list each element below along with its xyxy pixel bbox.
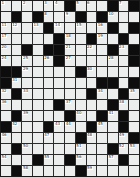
white-cell-r3c3[interactable]: [22, 23, 32, 33]
white-cell-r16c7[interactable]: [65, 166, 75, 176]
clue-number: 2: [22, 1, 26, 5]
white-cell-r2c9[interactable]: [87, 12, 97, 22]
white-cell-r3c4[interactable]: 13: [33, 23, 43, 33]
black-cell-r13c8: [76, 133, 86, 143]
black-cell-r5c3: [22, 45, 32, 55]
clue-number: 45: [97, 122, 103, 126]
black-cell-r4c9: [87, 34, 97, 44]
white-cell-r8c6[interactable]: [54, 78, 64, 88]
clue-number: 56: [76, 155, 82, 159]
white-cell-r7c12[interactable]: [119, 67, 129, 77]
clue-number: 31: [12, 78, 18, 82]
white-cell-r15c6[interactable]: [54, 155, 64, 165]
white-cell-r15c8[interactable]: 56: [76, 155, 86, 165]
black-cell-r11c10: [97, 111, 107, 121]
clue-number: 10: [108, 12, 114, 16]
white-cell-r12c11[interactable]: [108, 122, 118, 132]
white-cell-r12c6[interactable]: 43: [54, 122, 64, 132]
white-cell-r11c9[interactable]: [87, 111, 97, 121]
clue-number: 9: [65, 12, 69, 16]
white-cell-r9c7[interactable]: [65, 89, 75, 99]
white-cell-r7c9[interactable]: 30: [87, 67, 97, 77]
black-cell-r9c12: [119, 89, 129, 99]
black-cell-r1c11: [108, 1, 118, 11]
clue-number: 22: [87, 45, 93, 49]
black-cell-r2c4: [33, 12, 43, 22]
black-cell-r5c6: [54, 45, 64, 55]
white-cell-r1c2[interactable]: [12, 1, 22, 11]
white-cell-r13c1[interactable]: 46: [1, 133, 11, 143]
white-cell-r13c12[interactable]: 49: [119, 133, 129, 143]
white-cell-r6c9[interactable]: [87, 56, 97, 66]
white-cell-r15c5[interactable]: 55: [44, 155, 54, 165]
clue-number: 3: [44, 1, 48, 5]
white-cell-r10c2[interactable]: [12, 100, 22, 110]
clue-number: 32: [1, 89, 7, 93]
white-cell-r7c13[interactable]: [129, 67, 139, 77]
black-cell-r12c12: [119, 122, 129, 132]
white-cell-r2c5[interactable]: 8: [44, 12, 54, 22]
white-cell-r7c10[interactable]: [97, 67, 107, 77]
white-cell-r3c12[interactable]: [119, 23, 129, 33]
white-cell-r1c1[interactable]: 1: [1, 1, 11, 11]
clue-number: 25: [22, 56, 28, 60]
white-cell-r2c3[interactable]: [22, 12, 32, 22]
white-cell-r10c4[interactable]: [33, 100, 43, 110]
white-cell-r12c2[interactable]: 42: [12, 122, 22, 132]
black-cell-r4c12: [119, 34, 129, 44]
black-cell-r9c2: [12, 89, 22, 99]
black-cell-r15c7: [65, 155, 75, 165]
clue-number: 57: [108, 155, 114, 159]
white-cell-r1c4[interactable]: [33, 1, 43, 11]
white-cell-r15c9[interactable]: [87, 155, 97, 165]
white-cell-r13c4[interactable]: [33, 133, 43, 143]
white-cell-r10c3[interactable]: [22, 100, 32, 110]
white-cell-r1c8[interactable]: 5: [76, 1, 86, 11]
black-cell-r12c5: [44, 122, 54, 132]
white-cell-r16c1[interactable]: [1, 166, 11, 176]
white-cell-r7c6[interactable]: [54, 67, 64, 77]
clue-number: 50: [22, 144, 28, 148]
clue-number: 27: [65, 56, 71, 60]
white-cell-r5c9[interactable]: 22: [87, 45, 97, 55]
black-cell-r12c9: [87, 122, 97, 132]
white-cell-r6c12[interactable]: [119, 56, 129, 66]
white-cell-r6c10[interactable]: [97, 56, 107, 66]
clue-number: 58: [22, 166, 28, 170]
black-cell-r16c8: [76, 166, 86, 176]
clue-number: 38: [119, 100, 125, 104]
white-cell-r8c2[interactable]: 31: [12, 78, 22, 88]
white-cell-r7c11[interactable]: [108, 67, 118, 77]
clue-number: 21: [65, 45, 71, 49]
white-cell-r11c1[interactable]: [1, 111, 11, 121]
clue-number: 47: [44, 133, 50, 137]
white-cell-r11c3[interactable]: 39: [22, 111, 32, 121]
white-cell-r16c9[interactable]: 59: [87, 166, 97, 176]
clue-number: 49: [119, 133, 125, 137]
white-cell-r1c6[interactable]: 4: [54, 1, 64, 11]
black-cell-r1c13: [129, 1, 139, 11]
white-cell-r1c12[interactable]: 7: [119, 1, 129, 11]
white-cell-r8c9[interactable]: [87, 78, 97, 88]
white-cell-r8c4[interactable]: [33, 78, 43, 88]
clue-number: 36: [1, 100, 7, 104]
white-cell-r12c4[interactable]: [33, 122, 43, 132]
white-cell-r2c1[interactable]: [1, 12, 11, 22]
white-cell-r7c7[interactable]: [65, 67, 75, 77]
black-cell-r11c7: [65, 111, 75, 121]
white-cell-r5c8[interactable]: [76, 45, 86, 55]
black-cell-r8c10: [97, 78, 107, 88]
white-cell-r3c8[interactable]: 15: [76, 23, 86, 33]
white-cell-r10c5[interactable]: [44, 100, 54, 110]
white-cell-r9c4[interactable]: [33, 89, 43, 99]
black-cell-r11c12: [119, 111, 129, 121]
white-cell-r4c7[interactable]: 18: [65, 34, 75, 44]
clue-number: 35: [129, 89, 135, 93]
white-cell-r16c13[interactable]: [129, 166, 139, 176]
black-cell-r7c8: [76, 67, 86, 77]
white-cell-r6c11[interactable]: 28: [108, 56, 118, 66]
clue-number: 5: [76, 1, 80, 5]
white-cell-r4c3[interactable]: [22, 34, 32, 44]
black-cell-r2c2: [12, 12, 22, 22]
white-cell-r1c5[interactable]: 3: [44, 1, 54, 11]
clue-number: 16: [97, 23, 103, 27]
clue-number: 30: [87, 67, 93, 71]
white-cell-r1c9[interactable]: 6: [87, 1, 97, 11]
black-cell-r2c10: [97, 12, 107, 22]
white-cell-r16c6[interactable]: [54, 166, 64, 176]
black-cell-r10c11: [108, 100, 118, 110]
white-cell-r3c6[interactable]: 14: [54, 23, 64, 33]
clue-number: 52: [119, 144, 125, 148]
white-cell-r4c13[interactable]: [129, 34, 139, 44]
black-cell-r15c4: [33, 155, 43, 165]
white-cell-r1c10[interactable]: [97, 1, 107, 11]
white-cell-r10c1[interactable]: 36: [1, 100, 11, 110]
white-cell-r2c6[interactable]: [54, 12, 64, 22]
black-cell-r14c2: [12, 144, 22, 154]
white-cell-r11c13[interactable]: [129, 111, 139, 121]
black-cell-r8c11: [108, 78, 118, 88]
black-cell-r3c13: [129, 23, 139, 33]
clue-number: 11: [1, 23, 7, 27]
clue-number: 37: [65, 100, 71, 104]
white-cell-r12c3[interactable]: [22, 122, 32, 132]
white-cell-r9c3[interactable]: 33: [22, 89, 32, 99]
white-cell-r3c1[interactable]: 11: [1, 23, 11, 33]
white-cell-r10c10[interactable]: [97, 100, 107, 110]
white-cell-r15c1[interactable]: 54: [1, 155, 11, 165]
white-cell-r14c13[interactable]: 53: [129, 144, 139, 154]
white-cell-r16c11[interactable]: [108, 166, 118, 176]
black-cell-r7c2: [12, 67, 22, 77]
white-cell-r11c5[interactable]: [44, 111, 54, 121]
white-cell-r8c8[interactable]: [76, 78, 86, 88]
white-cell-r12c10[interactable]: 45: [97, 122, 107, 132]
white-cell-r5c10[interactable]: [97, 45, 107, 55]
black-cell-r5c5: [44, 45, 54, 55]
white-cell-r13c10[interactable]: [97, 133, 107, 143]
white-cell-r14c1[interactable]: [1, 144, 11, 154]
white-cell-r10c12[interactable]: 38: [119, 100, 129, 110]
clue-number: 46: [1, 133, 7, 137]
white-cell-r9c10[interactable]: 34: [97, 89, 107, 99]
white-cell-r6c2[interactable]: [12, 56, 22, 66]
clue-number: 26: [44, 56, 50, 60]
white-cell-r15c13[interactable]: [129, 155, 139, 165]
clue-number: 59: [87, 166, 93, 170]
black-cell-r3c5: [44, 23, 54, 33]
clue-number: 54: [1, 155, 7, 159]
clue-number: 7: [119, 1, 123, 5]
black-cell-r15c12: [119, 155, 129, 165]
black-cell-r1c7: [65, 1, 75, 11]
black-cell-r7c1: [1, 67, 11, 77]
white-cell-r2c12[interactable]: [119, 12, 129, 22]
white-cell-r14c7[interactable]: [65, 144, 75, 154]
black-cell-r9c9: [87, 89, 97, 99]
white-cell-r4c11[interactable]: [108, 34, 118, 44]
white-cell-r15c11[interactable]: 57: [108, 155, 118, 165]
white-cell-r6c7[interactable]: 27: [65, 56, 75, 66]
white-cell-r13c7[interactable]: [65, 133, 75, 143]
black-cell-r4c6: [54, 34, 64, 44]
clue-number: 34: [97, 89, 103, 93]
white-cell-r13c11[interactable]: [108, 133, 118, 143]
clue-number: 12: [12, 23, 18, 27]
clue-number: 15: [76, 23, 82, 27]
clue-number: 42: [12, 122, 18, 126]
white-cell-r6c8[interactable]: [76, 56, 86, 66]
clue-number: 13: [33, 23, 39, 27]
white-cell-r12c8[interactable]: [76, 122, 86, 132]
clue-number: 19: [97, 34, 103, 38]
white-cell-r8c5[interactable]: [44, 78, 54, 88]
white-cell-r12c13[interactable]: [129, 122, 139, 132]
white-cell-r13c6[interactable]: [54, 133, 64, 143]
black-cell-r6c13: [129, 56, 139, 66]
black-cell-r5c13: [129, 45, 139, 55]
white-cell-r3c9[interactable]: [87, 23, 97, 33]
white-cell-r5c12[interactable]: 23: [119, 45, 129, 55]
white-cell-r13c5[interactable]: 47: [44, 133, 54, 143]
clue-number: 24: [1, 56, 7, 60]
white-cell-r3c2[interactable]: 12: [12, 23, 22, 33]
white-cell-r4c5[interactable]: [44, 34, 54, 44]
white-cell-r16c5[interactable]: [44, 166, 54, 176]
white-cell-r9c5[interactable]: [44, 89, 54, 99]
white-cell-r15c10[interactable]: [97, 155, 107, 165]
clue-number: 23: [119, 45, 125, 49]
white-cell-r16c10[interactable]: [97, 166, 107, 176]
clue-number: 51: [76, 144, 82, 148]
white-cell-r10c8[interactable]: [76, 100, 86, 110]
crossword-grid: 1234567891011121314151617181920212223242…: [0, 0, 140, 177]
black-cell-r6c6: [54, 56, 64, 66]
clue-number: 20: [1, 45, 7, 49]
clue-number: 40: [76, 111, 82, 115]
clue-number: 17: [1, 34, 7, 38]
black-cell-r11c2: [12, 111, 22, 121]
white-cell-r11c6[interactable]: [54, 111, 64, 121]
black-cell-r14c11: [108, 144, 118, 154]
white-cell-r16c4[interactable]: [33, 166, 43, 176]
white-cell-r5c4[interactable]: [33, 45, 43, 55]
white-cell-r14c5[interactable]: [44, 144, 54, 154]
clue-number: 43: [54, 122, 60, 126]
white-cell-r14c10[interactable]: [97, 144, 107, 154]
white-cell-r10c13[interactable]: [129, 100, 139, 110]
clue-number: 6: [87, 1, 91, 5]
white-cell-r8c7[interactable]: [65, 78, 75, 88]
clue-number: 29: [22, 67, 28, 71]
clue-number: 14: [54, 23, 60, 27]
white-cell-r6c5[interactable]: 26: [44, 56, 54, 66]
white-cell-r2c7[interactable]: 9: [65, 12, 75, 22]
clue-number: 53: [129, 144, 135, 148]
white-cell-r9c1[interactable]: 32: [1, 89, 11, 99]
white-cell-r14c6[interactable]: [54, 144, 64, 154]
white-cell-r14c9[interactable]: [87, 144, 97, 154]
black-cell-r8c1: [1, 78, 11, 88]
white-cell-r13c3[interactable]: [22, 133, 32, 143]
white-cell-r11c11[interactable]: 41: [108, 111, 118, 121]
white-cell-r12c7[interactable]: 44: [65, 122, 75, 132]
black-cell-r2c8: [76, 12, 86, 22]
white-cell-r9c6[interactable]: [54, 89, 64, 99]
clue-number: 44: [65, 122, 71, 126]
white-cell-r13c9[interactable]: 48: [87, 133, 97, 143]
white-cell-r14c8[interactable]: 51: [76, 144, 86, 154]
black-cell-r12c1: [1, 122, 11, 132]
clue-number: 33: [22, 89, 28, 93]
white-cell-r10c9[interactable]: [87, 100, 97, 110]
clue-number: 39: [22, 111, 28, 115]
white-cell-r6c4[interactable]: [33, 56, 43, 66]
white-cell-r4c1[interactable]: 17: [1, 34, 11, 44]
clue-number: 55: [44, 155, 50, 159]
white-cell-r1c3[interactable]: 2: [22, 1, 32, 11]
black-cell-r3c11: [108, 23, 118, 33]
white-cell-r5c1[interactable]: 20: [1, 45, 11, 55]
white-cell-r3c7[interactable]: [65, 23, 75, 33]
white-cell-r15c2[interactable]: [12, 155, 22, 165]
clue-number: 8: [44, 12, 48, 16]
white-cell-r14c3[interactable]: 50: [22, 144, 32, 154]
white-cell-r9c8[interactable]: [76, 89, 86, 99]
black-cell-r10c6: [54, 100, 64, 110]
black-cell-r5c11: [108, 45, 118, 55]
white-cell-r7c5[interactable]: [44, 67, 54, 77]
white-cell-r6c3[interactable]: 25: [22, 56, 32, 66]
white-cell-r11c4[interactable]: [33, 111, 43, 121]
white-cell-r4c8[interactable]: [76, 34, 86, 44]
clue-number: 28: [108, 56, 114, 60]
white-cell-r16c12[interactable]: [119, 166, 129, 176]
white-cell-r2c11[interactable]: 10: [108, 12, 118, 22]
white-cell-r5c2[interactable]: [12, 45, 22, 55]
clue-number: 41: [108, 111, 114, 115]
black-cell-r16c2: [12, 166, 22, 176]
white-cell-r11c8[interactable]: 40: [76, 111, 86, 121]
black-cell-r8c13: [129, 78, 139, 88]
white-cell-r9c11[interactable]: [108, 89, 118, 99]
clue-number: 48: [87, 133, 93, 137]
white-cell-r7c4[interactable]: [33, 67, 43, 77]
white-cell-r8c12[interactable]: [119, 78, 129, 88]
white-cell-r4c10[interactable]: 19: [97, 34, 107, 44]
clue-number: 4: [54, 1, 58, 5]
white-cell-r5c7[interactable]: 21: [65, 45, 75, 55]
clue-number: 18: [65, 34, 71, 38]
white-cell-r10c7[interactable]: 37: [65, 100, 75, 110]
black-cell-r13c13: [129, 133, 139, 143]
white-cell-r4c4[interactable]: [33, 34, 43, 44]
clue-number: 1: [1, 1, 5, 5]
white-cell-r3c10[interactable]: 16: [97, 23, 107, 33]
white-cell-r14c12[interactable]: 52: [119, 144, 129, 154]
white-cell-r7c3[interactable]: 29: [22, 67, 32, 77]
white-cell-r13c2[interactable]: [12, 133, 22, 143]
white-cell-r8c3[interactable]: [22, 78, 32, 88]
white-cell-r6c1[interactable]: 24: [1, 56, 11, 66]
white-cell-r4c2[interactable]: [12, 34, 22, 44]
white-cell-r9c13[interactable]: 35: [129, 89, 139, 99]
white-cell-r16c3[interactable]: 58: [22, 166, 32, 176]
white-cell-r2c13[interactable]: [129, 12, 139, 22]
white-cell-r15c3[interactable]: [22, 155, 32, 165]
white-cell-r14c4[interactable]: [33, 144, 43, 154]
